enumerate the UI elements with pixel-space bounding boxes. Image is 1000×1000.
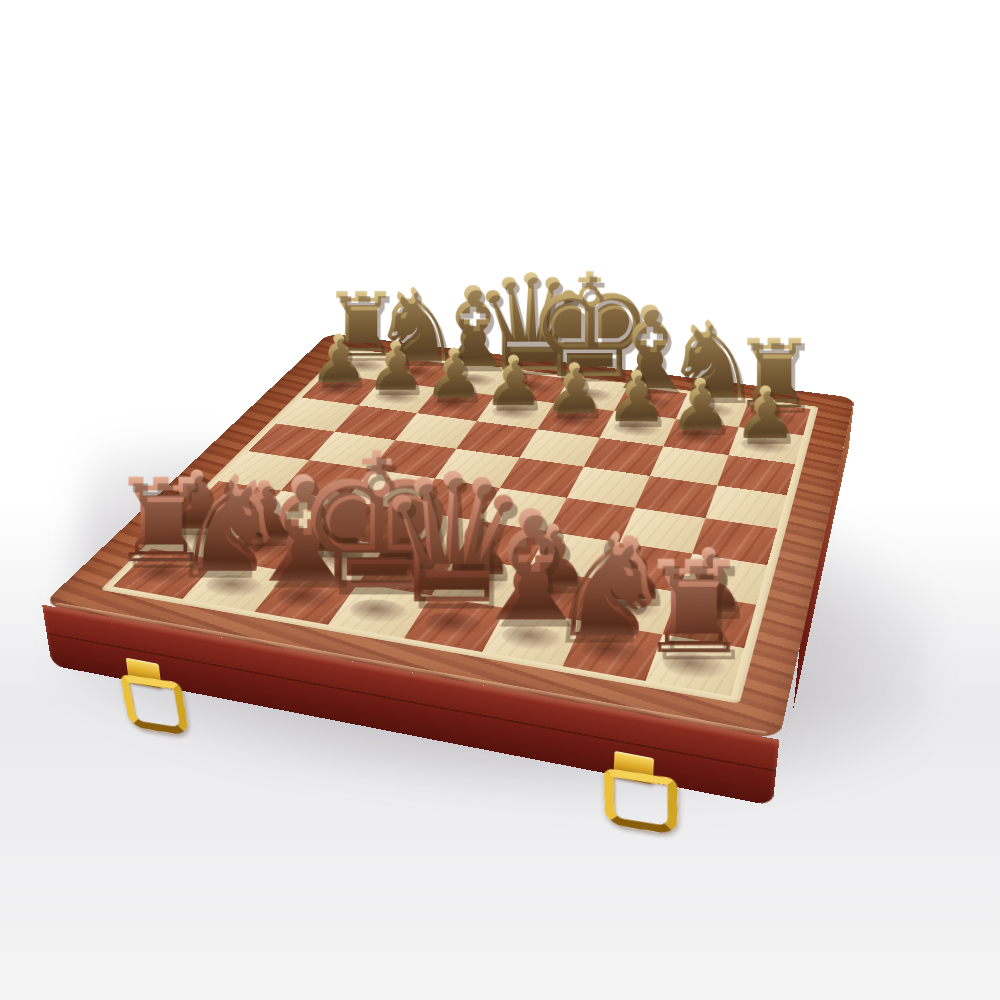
piece-shadow xyxy=(370,388,425,407)
black-king[interactable]: ♚ xyxy=(525,254,654,398)
square-b8[interactable]: ♞ xyxy=(381,358,457,388)
black-pawn[interactable]: ♟ xyxy=(308,326,368,393)
piece-shadow xyxy=(674,427,729,448)
square-d7[interactable]: ♟ xyxy=(477,396,555,430)
piece-shadow xyxy=(610,419,665,439)
chess-case: ♜♞♝♛♚♝♞♜♟♟♟♟♟♟♟♟♟♟♟♟♟♟♟♟♜♞♝♚♛♝♞♜ xyxy=(42,334,854,740)
piece-shadow xyxy=(313,381,368,399)
black-queen[interactable]: ♛ xyxy=(470,257,590,391)
piece-shadow xyxy=(624,394,677,413)
piece-shadow xyxy=(748,409,801,429)
black-rook[interactable]: ♜ xyxy=(731,327,817,422)
piece-shadow xyxy=(392,365,445,382)
black-pawn[interactable]: ♟ xyxy=(668,369,732,441)
square-a8[interactable]: ♜ xyxy=(326,351,402,381)
square-d8[interactable]: ♛ xyxy=(495,372,570,404)
black-pawn[interactable]: ♟ xyxy=(365,333,426,401)
black-knight[interactable]: ♞ xyxy=(371,275,462,376)
piece-shadow xyxy=(564,386,617,405)
piece-shadow xyxy=(448,372,501,390)
black-pawn[interactable]: ♟ xyxy=(543,354,606,424)
black-pawn[interactable]: ♟ xyxy=(423,340,484,408)
piece-shadow xyxy=(548,411,603,431)
piece-shadow xyxy=(738,436,793,457)
square-h6[interactable] xyxy=(717,455,795,495)
white-rook[interactable]: ♜ xyxy=(636,544,751,672)
square-g6[interactable] xyxy=(650,446,729,485)
clasp-ring xyxy=(120,674,190,737)
piece-shadow xyxy=(428,396,483,415)
black-bishop[interactable]: ♝ xyxy=(423,272,523,383)
black-knight[interactable]: ♞ xyxy=(663,307,759,414)
black-rook[interactable]: ♜ xyxy=(321,281,400,370)
square-g7[interactable]: ♟ xyxy=(663,419,738,455)
piece-shadow xyxy=(488,403,543,423)
black-pawn[interactable]: ♟ xyxy=(604,362,667,433)
chess-set-photo: ♜♞♝♛♚♝♞♜♟♟♟♟♟♟♟♟♟♟♟♟♟♟♟♟♜♞♝♚♛♝♞♜ xyxy=(0,0,1000,1000)
scene-stage: ♜♞♝♛♚♝♞♜♟♟♟♟♟♟♟♟♟♟♟♟♟♟♟♟♜♞♝♚♛♝♞♜ xyxy=(0,0,1000,1000)
square-h8[interactable]: ♜ xyxy=(739,401,811,435)
square-a7[interactable]: ♟ xyxy=(302,374,381,406)
piece-shadow xyxy=(337,358,390,375)
piece-shadow xyxy=(686,401,739,420)
square-e8[interactable]: ♚ xyxy=(554,379,628,411)
square-f6[interactable] xyxy=(584,438,663,476)
square-f8[interactable]: ♝ xyxy=(614,386,687,419)
black-pawn[interactable]: ♟ xyxy=(732,377,797,449)
square-h7[interactable]: ♟ xyxy=(729,427,804,464)
gold-clasp-left xyxy=(119,656,173,721)
square-g8[interactable]: ♞ xyxy=(676,394,748,428)
gold-clasp-right xyxy=(603,749,662,819)
black-bishop[interactable]: ♝ xyxy=(598,291,701,406)
piece-shadow xyxy=(506,379,559,397)
square-c8[interactable]: ♝ xyxy=(437,365,512,396)
clasp-ring xyxy=(603,767,677,835)
square-e7[interactable]: ♟ xyxy=(537,403,614,438)
black-pawn[interactable]: ♟ xyxy=(482,347,544,416)
square-b7[interactable]: ♟ xyxy=(359,381,438,413)
square-f7[interactable]: ♟ xyxy=(600,411,676,446)
